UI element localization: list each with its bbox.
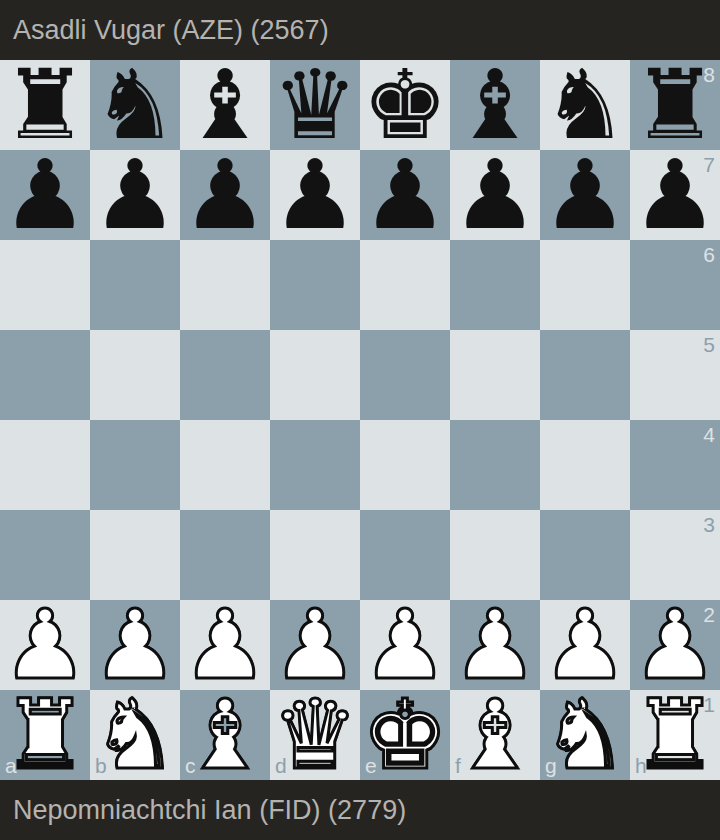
file-coordinate-d: d [275, 755, 287, 776]
square-c2[interactable]: ♟ [180, 600, 270, 690]
square-c8[interactable]: ♝ [180, 60, 270, 150]
square-d7[interactable]: ♟ [270, 150, 360, 240]
square-a7[interactable]: ♟ [0, 150, 90, 240]
square-e8[interactable]: ♚ [360, 60, 450, 150]
square-a6[interactable] [0, 240, 90, 330]
square-g6[interactable] [540, 240, 630, 330]
square-f8[interactable]: ♝ [450, 60, 540, 150]
file-coordinate-e: e [365, 755, 377, 776]
bottom-player-name: Nepomniachtchi Ian (FID) (2779) [13, 797, 406, 824]
square-c5[interactable] [180, 330, 270, 420]
black-pawn-f7[interactable]: ♟ [450, 150, 540, 240]
square-b6[interactable] [90, 240, 180, 330]
black-bishop-c8[interactable]: ♝ [180, 60, 270, 150]
square-f7[interactable]: ♟ [450, 150, 540, 240]
square-c6[interactable] [180, 240, 270, 330]
square-b1[interactable]: ♞b [90, 690, 180, 780]
black-knight-g8[interactable]: ♞ [540, 60, 630, 150]
square-f6[interactable] [450, 240, 540, 330]
square-f1[interactable]: ♝f [450, 690, 540, 780]
square-h7[interactable]: ♟7 [630, 150, 720, 240]
square-g8[interactable]: ♞ [540, 60, 630, 150]
square-b5[interactable] [90, 330, 180, 420]
square-c4[interactable] [180, 420, 270, 510]
chess-board: ♜♞♝♛♚♝♞♜8♟♟♟♟♟♟♟♟76543♟♟♟♟♟♟♟♟2♜a♞b♝c♛d♚… [0, 60, 720, 780]
top-player-name: Asadli Vugar (AZE) (2567) [13, 17, 329, 44]
rank-coordinate-3: 3 [703, 514, 715, 535]
white-pawn-a2[interactable]: ♟ [0, 600, 90, 690]
square-a3[interactable] [0, 510, 90, 600]
square-h3[interactable]: 3 [630, 510, 720, 600]
black-king-e8[interactable]: ♚ [360, 60, 450, 150]
rank-coordinate-8: 8 [703, 64, 715, 85]
black-pawn-g7[interactable]: ♟ [540, 150, 630, 240]
black-pawn-d7[interactable]: ♟ [270, 150, 360, 240]
square-h1[interactable]: ♜1h [630, 690, 720, 780]
white-pawn-f2[interactable]: ♟ [450, 600, 540, 690]
square-a5[interactable] [0, 330, 90, 420]
file-coordinate-g: g [545, 755, 557, 776]
white-pawn-c2[interactable]: ♟ [180, 600, 270, 690]
square-e4[interactable] [360, 420, 450, 510]
file-coordinate-f: f [455, 755, 461, 776]
square-f5[interactable] [450, 330, 540, 420]
square-h2[interactable]: ♟2 [630, 600, 720, 690]
white-pawn-e2[interactable]: ♟ [360, 600, 450, 690]
chess-broadcast-widget: Asadli Vugar (AZE) (2567) ♜♞♝♛♚♝♞♜8♟♟♟♟♟… [0, 0, 720, 840]
rank-coordinate-4: 4 [703, 424, 715, 445]
white-pawn-g2[interactable]: ♟ [540, 600, 630, 690]
black-knight-b8[interactable]: ♞ [90, 60, 180, 150]
square-d3[interactable] [270, 510, 360, 600]
file-coordinate-h: h [635, 755, 647, 776]
square-d8[interactable]: ♛ [270, 60, 360, 150]
black-pawn-e7[interactable]: ♟ [360, 150, 450, 240]
square-e5[interactable] [360, 330, 450, 420]
black-pawn-a7[interactable]: ♟ [0, 150, 90, 240]
square-b8[interactable]: ♞ [90, 60, 180, 150]
rank-coordinate-5: 5 [703, 334, 715, 355]
square-b4[interactable] [90, 420, 180, 510]
square-e3[interactable] [360, 510, 450, 600]
square-d4[interactable] [270, 420, 360, 510]
square-h8[interactable]: ♜8 [630, 60, 720, 150]
rank-coordinate-6: 6 [703, 244, 715, 265]
square-f3[interactable] [450, 510, 540, 600]
square-b2[interactable]: ♟ [90, 600, 180, 690]
square-c7[interactable]: ♟ [180, 150, 270, 240]
rank-coordinate-7: 7 [703, 154, 715, 175]
square-f2[interactable]: ♟ [450, 600, 540, 690]
square-d6[interactable] [270, 240, 360, 330]
black-rook-a8[interactable]: ♜ [0, 60, 90, 150]
square-e2[interactable]: ♟ [360, 600, 450, 690]
black-pawn-b7[interactable]: ♟ [90, 150, 180, 240]
white-pawn-b2[interactable]: ♟ [90, 600, 180, 690]
square-g5[interactable] [540, 330, 630, 420]
file-coordinate-b: b [95, 755, 107, 776]
black-bishop-f8[interactable]: ♝ [450, 60, 540, 150]
square-a4[interactable] [0, 420, 90, 510]
square-b3[interactable] [90, 510, 180, 600]
white-bishop-f1[interactable]: ♝ [450, 690, 540, 780]
square-g4[interactable] [540, 420, 630, 510]
square-e7[interactable]: ♟ [360, 150, 450, 240]
square-d1[interactable]: ♛d [270, 690, 360, 780]
rank-coordinate-2: 2 [703, 604, 715, 625]
square-g2[interactable]: ♟ [540, 600, 630, 690]
rank-coordinate-1: 1 [703, 694, 715, 715]
square-e6[interactable] [360, 240, 450, 330]
square-c3[interactable] [180, 510, 270, 600]
black-queen-d8[interactable]: ♛ [270, 60, 360, 150]
square-d5[interactable] [270, 330, 360, 420]
square-c1[interactable]: ♝c [180, 690, 270, 780]
square-g3[interactable] [540, 510, 630, 600]
square-a2[interactable]: ♟ [0, 600, 90, 690]
square-h6[interactable]: 6 [630, 240, 720, 330]
square-e1[interactable]: ♚e [360, 690, 450, 780]
square-b7[interactable]: ♟ [90, 150, 180, 240]
square-g1[interactable]: ♞g [540, 690, 630, 780]
file-coordinate-c: c [185, 755, 196, 776]
square-g7[interactable]: ♟ [540, 150, 630, 240]
white-pawn-d2[interactable]: ♟ [270, 600, 360, 690]
file-coordinate-a: a [5, 755, 17, 776]
square-a8[interactable]: ♜ [0, 60, 90, 150]
square-h4[interactable]: 4 [630, 420, 720, 510]
square-h5[interactable]: 5 [630, 330, 720, 420]
square-d2[interactable]: ♟ [270, 600, 360, 690]
square-a1[interactable]: ♜a [0, 690, 90, 780]
black-pawn-c7[interactable]: ♟ [180, 150, 270, 240]
square-f4[interactable] [450, 420, 540, 510]
